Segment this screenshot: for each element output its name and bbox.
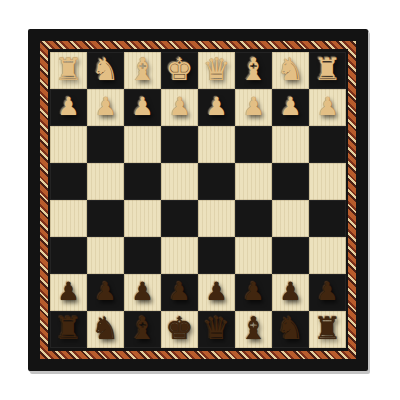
square-h8[interactable]: ♜ [50,311,87,348]
square-g3[interactable] [87,126,124,163]
board-photo: ♜♞♝♚♛♝♞♜♟♟♟♟♟♟♟♟♟♟♟♟♟♟♟♟♜♞♝♚♛♝♞♜ [0,0,400,400]
square-h6[interactable] [50,237,87,274]
square-f5[interactable] [124,200,161,237]
square-a1[interactable]: ♜ [309,52,346,89]
chess-board: ♜♞♝♚♛♝♞♜♟♟♟♟♟♟♟♟♟♟♟♟♟♟♟♟♜♞♝♚♛♝♞♜ [28,29,368,371]
square-g6[interactable] [87,237,124,274]
white-knight: ♞ [92,54,120,85]
square-c4[interactable] [235,163,272,200]
square-b4[interactable] [272,163,309,200]
square-h4[interactable] [50,163,87,200]
square-d6[interactable] [198,237,235,274]
black-pawn: ♟ [94,279,116,304]
square-g7[interactable]: ♟ [87,274,124,311]
square-a3[interactable] [309,126,346,163]
square-d4[interactable] [198,163,235,200]
square-h5[interactable] [50,200,87,237]
square-f6[interactable] [124,237,161,274]
square-c3[interactable] [235,126,272,163]
black-king: ♚ [166,313,194,344]
square-b6[interactable] [272,237,309,274]
square-d1[interactable]: ♛ [198,52,235,89]
black-pawn: ♟ [279,279,301,304]
white-pawn: ♟ [168,94,190,119]
square-f8[interactable]: ♝ [124,311,161,348]
square-h7[interactable]: ♟ [50,274,87,311]
square-b7[interactable]: ♟ [272,274,309,311]
black-rook: ♜ [55,313,83,344]
square-b2[interactable]: ♟ [272,89,309,126]
black-knight: ♞ [92,313,120,344]
white-pawn: ♟ [279,94,301,119]
black-queen: ♛ [203,313,231,344]
black-pawn: ♟ [57,279,79,304]
square-b1[interactable]: ♞ [272,52,309,89]
square-f7[interactable]: ♟ [124,274,161,311]
square-a7[interactable]: ♟ [309,274,346,311]
black-rook: ♜ [314,313,342,344]
square-a6[interactable] [309,237,346,274]
square-b8[interactable]: ♞ [272,311,309,348]
black-knight: ♞ [277,313,305,344]
square-f2[interactable]: ♟ [124,89,161,126]
square-e8[interactable]: ♚ [161,311,198,348]
white-rook: ♜ [55,54,83,85]
square-c1[interactable]: ♝ [235,52,272,89]
square-a4[interactable] [309,163,346,200]
white-pawn: ♟ [94,94,116,119]
black-pawn: ♟ [168,279,190,304]
square-d7[interactable]: ♟ [198,274,235,311]
black-pawn: ♟ [205,279,227,304]
black-pawn: ♟ [316,279,338,304]
white-bishop: ♝ [240,54,268,85]
white-pawn: ♟ [131,94,153,119]
square-h3[interactable] [50,126,87,163]
square-a5[interactable] [309,200,346,237]
square-e6[interactable] [161,237,198,274]
square-g2[interactable]: ♟ [87,89,124,126]
black-bishop: ♝ [240,313,268,344]
square-d8[interactable]: ♛ [198,311,235,348]
square-e7[interactable]: ♟ [161,274,198,311]
square-c6[interactable] [235,237,272,274]
square-f1[interactable]: ♝ [124,52,161,89]
white-pawn: ♟ [205,94,227,119]
square-e1[interactable]: ♚ [161,52,198,89]
square-g5[interactable] [87,200,124,237]
square-g8[interactable]: ♞ [87,311,124,348]
square-h2[interactable]: ♟ [50,89,87,126]
white-queen: ♛ [203,54,231,85]
square-c8[interactable]: ♝ [235,311,272,348]
square-d3[interactable] [198,126,235,163]
square-g4[interactable] [87,163,124,200]
white-pawn: ♟ [57,94,79,119]
square-d5[interactable] [198,200,235,237]
black-pawn: ♟ [131,279,153,304]
square-c5[interactable] [235,200,272,237]
white-rook: ♜ [314,54,342,85]
white-pawn: ♟ [316,94,338,119]
square-e3[interactable] [161,126,198,163]
square-h1[interactable]: ♜ [50,52,87,89]
white-bishop: ♝ [129,54,157,85]
black-pawn: ♟ [242,279,264,304]
square-b3[interactable] [272,126,309,163]
black-bishop: ♝ [129,313,157,344]
square-f3[interactable] [124,126,161,163]
square-a8[interactable]: ♜ [309,311,346,348]
white-king: ♚ [166,54,194,85]
square-a2[interactable]: ♟ [309,89,346,126]
square-f4[interactable] [124,163,161,200]
square-d2[interactable]: ♟ [198,89,235,126]
square-e5[interactable] [161,200,198,237]
playing-field: ♜♞♝♚♛♝♞♜♟♟♟♟♟♟♟♟♟♟♟♟♟♟♟♟♜♞♝♚♛♝♞♜ [50,52,346,348]
square-c2[interactable]: ♟ [235,89,272,126]
square-e2[interactable]: ♟ [161,89,198,126]
square-c7[interactable]: ♟ [235,274,272,311]
square-b5[interactable] [272,200,309,237]
square-g1[interactable]: ♞ [87,52,124,89]
white-knight: ♞ [277,54,305,85]
square-e4[interactable] [161,163,198,200]
white-pawn: ♟ [242,94,264,119]
